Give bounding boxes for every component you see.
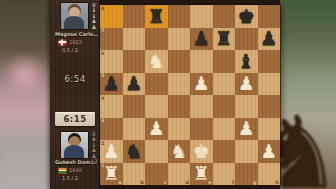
square-e8[interactable]	[190, 5, 213, 28]
square-d4[interactable]	[168, 95, 191, 118]
rank-label-6: 6	[101, 51, 104, 56]
broadcast-window: ♞ ♛♝♝♟♟ Magnus Carls… 2823 0.5 / 2 6:54 …	[0, 0, 336, 189]
square-e1[interactable]: e♜	[190, 163, 213, 186]
square-c3[interactable]: ♟	[145, 118, 168, 141]
clock-top-player: 6:54	[50, 74, 100, 84]
square-h1[interactable]: h	[258, 163, 281, 186]
square-f5[interactable]	[213, 73, 236, 96]
square-e5[interactable]: ♟	[190, 73, 213, 96]
square-b5[interactable]: ♟	[123, 73, 146, 96]
player-rating-top: 2823	[69, 39, 82, 45]
square-d3[interactable]	[168, 118, 191, 141]
square-c7[interactable]	[145, 28, 168, 51]
square-a4[interactable]: 4	[100, 95, 123, 118]
square-g5[interactable]: ♟	[235, 73, 258, 96]
square-d2[interactable]: ♞	[168, 140, 191, 163]
square-g8[interactable]: ♚	[235, 5, 258, 28]
player-name-bottom: Gukesh Dom…	[55, 159, 99, 165]
board-bottom-edge	[100, 185, 280, 189]
player-rating-row-top: 2823	[58, 39, 82, 46]
square-a1[interactable]: 1a♜	[100, 163, 123, 186]
piece-white-king-e2[interactable]: ♚	[190, 140, 213, 163]
square-d6[interactable]	[168, 50, 191, 73]
square-f1[interactable]: f	[213, 163, 236, 186]
avatar-body	[64, 145, 84, 159]
square-a6[interactable]: 6	[100, 50, 123, 73]
file-label-b: b	[141, 180, 144, 185]
square-f4[interactable]	[213, 95, 236, 118]
player-panel: ♛♝♝♟♟ Magnus Carls… 2823 0.5 / 2 6:54 6:…	[50, 0, 100, 189]
square-c5[interactable]	[145, 73, 168, 96]
piece-white-pawn-g3[interactable]: ♟	[235, 118, 258, 141]
player-rating-bottom: 2649	[69, 167, 82, 173]
clock-bottom-player-active: 6:15	[55, 112, 95, 126]
piece-black-bishop-g6[interactable]: ♝	[235, 50, 258, 73]
square-e6[interactable]	[190, 50, 213, 73]
avatar-top-player	[60, 2, 89, 30]
square-c6[interactable]: ♞	[145, 50, 168, 73]
piece-black-pawn-h7[interactable]: ♟	[258, 28, 281, 51]
square-f6[interactable]	[213, 50, 236, 73]
square-b2[interactable]: ♞	[123, 140, 146, 163]
square-a7[interactable]: 7	[100, 28, 123, 51]
piece-white-pawn-e5[interactable]: ♟	[190, 73, 213, 96]
file-label-g: g	[253, 180, 256, 185]
square-e2[interactable]: ♚	[190, 140, 213, 163]
avatar-body	[64, 16, 84, 30]
square-b6[interactable]	[123, 50, 146, 73]
square-b7[interactable]	[123, 28, 146, 51]
square-b8[interactable]	[123, 5, 146, 28]
rank-label-4: 4	[101, 96, 104, 101]
square-a3[interactable]: 3	[100, 118, 123, 141]
india-flag-icon	[58, 167, 67, 174]
background-flowers	[2, 52, 48, 98]
piece-black-knight-b2[interactable]: ♞	[123, 140, 146, 163]
piece-white-pawn-c3[interactable]: ♟	[145, 118, 168, 141]
square-d7[interactable]	[168, 28, 191, 51]
piece-black-rook-f7[interactable]: ♜	[213, 28, 236, 51]
piece-black-pawn-b5[interactable]: ♟	[123, 73, 146, 96]
file-label-d: d	[186, 180, 189, 185]
square-f2[interactable]	[213, 140, 236, 163]
square-f8[interactable]	[213, 5, 236, 28]
square-a2[interactable]: 2♟	[100, 140, 123, 163]
square-b1[interactable]: b	[123, 163, 146, 186]
square-e7[interactable]: ♟	[190, 28, 213, 51]
square-b3[interactable]	[123, 118, 146, 141]
rank-label-8: 8	[101, 6, 104, 11]
square-b4[interactable]	[123, 95, 146, 118]
square-d5[interactable]	[168, 73, 191, 96]
square-c1[interactable]: c	[145, 163, 168, 186]
piece-black-pawn-e7[interactable]: ♟	[190, 28, 213, 51]
square-d1[interactable]: d	[168, 163, 191, 186]
square-h2[interactable]: ♟	[258, 140, 281, 163]
avatar-bottom-player	[60, 131, 89, 159]
piece-white-rook-e1[interactable]: ♜	[190, 163, 213, 186]
piece-white-pawn-h2[interactable]: ♟	[258, 140, 281, 163]
rank-label-3: 3	[101, 118, 104, 123]
square-h8[interactable]	[258, 5, 281, 28]
player-rating-row-bottom: 2649	[58, 167, 82, 174]
square-g3[interactable]: ♟	[235, 118, 258, 141]
square-g7[interactable]	[235, 28, 258, 51]
square-g6[interactable]: ♝	[235, 50, 258, 73]
rank-label-7: 7	[101, 28, 104, 33]
file-label-c: c	[164, 180, 167, 185]
square-f3[interactable]	[213, 118, 236, 141]
piece-white-pawn-g5[interactable]: ♟	[235, 73, 258, 96]
square-h4[interactable]	[258, 95, 281, 118]
player-score-bottom: 1.5 / 2	[62, 175, 78, 181]
file-label-h: h	[276, 180, 279, 185]
chess-board[interactable]: 8♜♚7♟♜♟6♞♝5♟♟♟♟43♟♟2♟♞♞♚♟1a♜bcde♜fgh	[100, 5, 280, 185]
square-h3[interactable]	[258, 118, 281, 141]
square-h5[interactable]	[258, 73, 281, 96]
piece-white-pawn-a2[interactable]: ♟	[100, 140, 123, 163]
square-a8[interactable]: 8	[100, 5, 123, 28]
piece-black-king-g8[interactable]: ♚	[235, 5, 258, 28]
norway-flag-icon	[58, 39, 67, 46]
square-g4[interactable]	[235, 95, 258, 118]
captured-pieces-tray-top: ♛♝♝♟♟	[89, 2, 99, 29]
captured-piece-icon: ♟	[91, 24, 96, 29]
piece-white-knight-c6[interactable]: ♞	[145, 50, 168, 73]
piece-black-pawn-a5[interactable]: ♟	[100, 73, 123, 96]
square-h7[interactable]: ♟	[258, 28, 281, 51]
piece-black-rook-c8[interactable]: ♜	[145, 5, 168, 28]
square-c2[interactable]	[145, 140, 168, 163]
piece-white-knight-d2[interactable]: ♞	[168, 140, 191, 163]
square-e3[interactable]	[190, 118, 213, 141]
square-e4[interactable]	[190, 95, 213, 118]
square-h6[interactable]	[258, 50, 281, 73]
square-d8[interactable]	[168, 5, 191, 28]
square-g2[interactable]	[235, 140, 258, 163]
piece-white-rook-a1[interactable]: ♜	[100, 163, 123, 186]
square-c4[interactable]	[145, 95, 168, 118]
square-f7[interactable]: ♜	[213, 28, 236, 51]
file-label-f: f	[232, 180, 234, 185]
square-a5[interactable]: 5♟	[100, 73, 123, 96]
player-score-top: 0.5 / 2	[62, 47, 78, 53]
square-g1[interactable]: g	[235, 163, 258, 186]
player-name-top: Magnus Carls…	[55, 31, 99, 37]
square-c8[interactable]: ♜	[145, 5, 168, 28]
